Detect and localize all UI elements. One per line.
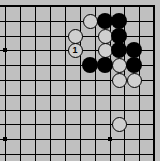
grid-vline	[65, 5, 66, 161]
black-stone	[126, 57, 142, 73]
white-stone	[112, 117, 127, 132]
star-point	[3, 48, 7, 52]
grid-hline	[0, 110, 155, 111]
black-stone	[111, 42, 127, 58]
star-point	[108, 137, 112, 141]
go-board[interactable]: 1	[0, 0, 160, 161]
grid-vline	[80, 5, 81, 161]
white-stone	[68, 29, 83, 44]
black-stone	[97, 57, 113, 73]
white-stone: 1	[68, 43, 83, 58]
white-stone	[112, 73, 127, 88]
grid-hline	[0, 124, 155, 125]
grid-hline	[0, 139, 155, 140]
white-stone	[127, 73, 142, 88]
white-stone	[112, 58, 127, 73]
grid-vline	[50, 5, 51, 161]
grid-vline	[20, 5, 21, 161]
board-top-edge-line	[0, 5, 155, 7]
board-right-edge-line	[153, 5, 155, 161]
grid-hline	[0, 95, 155, 96]
star-point	[3, 137, 7, 141]
grid-vline	[35, 5, 36, 161]
grid-hline	[0, 21, 155, 22]
move-number-label: 1	[72, 46, 77, 55]
black-stone	[111, 13, 127, 29]
black-stone	[126, 42, 142, 58]
white-stone	[83, 14, 98, 29]
grid-hline	[0, 154, 155, 155]
black-stone	[82, 57, 98, 73]
grid-vline	[95, 5, 96, 161]
